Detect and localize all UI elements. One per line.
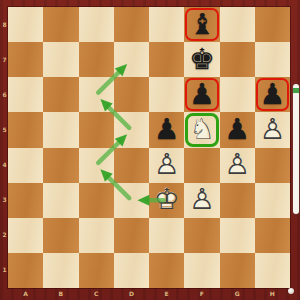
square-e8[interactable] <box>149 7 184 42</box>
black-pawn-h6[interactable]: ♟ <box>255 77 290 112</box>
square-a1[interactable] <box>8 253 43 288</box>
square-e5[interactable]: ♟ <box>149 112 184 147</box>
white-pawn-h5[interactable]: ♟♙ <box>255 112 290 147</box>
chess-board: ♝♚♟♟♟♞♘♟♟♙♟♙♟♙♚♔♟♙ <box>8 7 290 288</box>
rank-label-5: 5 <box>1 127 8 133</box>
square-f2[interactable] <box>184 218 219 253</box>
black-pawn-e5[interactable]: ♟ <box>149 112 184 147</box>
square-d5[interactable] <box>114 112 149 147</box>
black-pawn-g5[interactable]: ♟ <box>220 112 255 147</box>
file-label-f: F <box>197 291 207 297</box>
file-label-a: A <box>21 291 31 297</box>
square-a8[interactable] <box>8 7 43 42</box>
file-label-b: B <box>56 291 66 297</box>
square-c5[interactable] <box>79 112 114 147</box>
rank-label-7: 7 <box>1 57 8 63</box>
square-h8[interactable] <box>255 7 290 42</box>
rank-label-8: 8 <box>1 22 8 28</box>
square-b1[interactable] <box>43 253 78 288</box>
square-f5[interactable]: ♞♘ <box>184 112 219 147</box>
black-pawn-f6[interactable]: ♟ <box>184 77 219 112</box>
square-g6[interactable] <box>220 77 255 112</box>
square-b2[interactable] <box>43 218 78 253</box>
scrollbar-accent <box>293 88 299 93</box>
square-c7[interactable] <box>79 42 114 77</box>
file-label-h: H <box>267 291 277 297</box>
square-f3[interactable]: ♟♙ <box>184 183 219 218</box>
square-h3[interactable] <box>255 183 290 218</box>
square-f8[interactable]: ♝ <box>184 7 219 42</box>
square-d2[interactable] <box>114 218 149 253</box>
square-g7[interactable] <box>220 42 255 77</box>
square-g2[interactable] <box>220 218 255 253</box>
square-f6[interactable]: ♟ <box>184 77 219 112</box>
square-a3[interactable] <box>8 183 43 218</box>
square-e3[interactable]: ♚♔ <box>149 183 184 218</box>
square-a4[interactable] <box>8 148 43 183</box>
square-c2[interactable] <box>79 218 114 253</box>
file-label-e: E <box>162 291 172 297</box>
black-bishop-f8[interactable]: ♝ <box>184 7 219 42</box>
square-c3[interactable] <box>79 183 114 218</box>
square-b5[interactable] <box>43 112 78 147</box>
square-e6[interactable] <box>149 77 184 112</box>
square-e2[interactable] <box>149 218 184 253</box>
rank-label-1: 1 <box>1 267 8 273</box>
rank-label-6: 6 <box>1 92 8 98</box>
square-b4[interactable] <box>43 148 78 183</box>
square-g8[interactable] <box>220 7 255 42</box>
black-king-f7[interactable]: ♚ <box>184 42 219 77</box>
white-pawn-f3[interactable]: ♟♙ <box>184 183 219 218</box>
scrollbar[interactable] <box>293 84 299 214</box>
corner-screw-icon <box>288 288 294 294</box>
rank-label-2: 2 <box>1 232 8 238</box>
square-b8[interactable] <box>43 7 78 42</box>
square-b3[interactable] <box>43 183 78 218</box>
square-e4[interactable]: ♟♙ <box>149 148 184 183</box>
square-h6[interactable]: ♟ <box>255 77 290 112</box>
square-a7[interactable] <box>8 42 43 77</box>
square-a5[interactable] <box>8 112 43 147</box>
square-g1[interactable] <box>220 253 255 288</box>
chessboard-frame: ♝♚♟♟♟♞♘♟♟♙♟♙♟♙♚♔♟♙ 12345678ABCDEFGH <box>0 0 300 300</box>
square-d8[interactable] <box>114 7 149 42</box>
square-a6[interactable] <box>8 77 43 112</box>
square-c8[interactable] <box>79 7 114 42</box>
square-e7[interactable] <box>149 42 184 77</box>
white-knight-f5[interactable]: ♞♘ <box>184 112 219 147</box>
rank-label-4: 4 <box>1 162 8 168</box>
square-f4[interactable] <box>184 148 219 183</box>
square-h7[interactable] <box>255 42 290 77</box>
white-pawn-e4[interactable]: ♟♙ <box>149 148 184 183</box>
square-d6[interactable] <box>114 77 149 112</box>
square-h1[interactable] <box>255 253 290 288</box>
square-c1[interactable] <box>79 253 114 288</box>
square-a2[interactable] <box>8 218 43 253</box>
white-pawn-g4[interactable]: ♟♙ <box>220 148 255 183</box>
square-h2[interactable] <box>255 218 290 253</box>
square-f1[interactable] <box>184 253 219 288</box>
square-d1[interactable] <box>114 253 149 288</box>
square-f7[interactable]: ♚ <box>184 42 219 77</box>
square-d7[interactable] <box>114 42 149 77</box>
white-king-e3[interactable]: ♚♔ <box>149 183 184 218</box>
square-c4[interactable] <box>79 148 114 183</box>
square-e1[interactable] <box>149 253 184 288</box>
square-h4[interactable] <box>255 148 290 183</box>
file-label-d: D <box>126 291 136 297</box>
square-h5[interactable]: ♟♙ <box>255 112 290 147</box>
file-label-c: C <box>91 291 101 297</box>
rank-label-3: 3 <box>1 197 8 203</box>
square-d3[interactable] <box>114 183 149 218</box>
square-d4[interactable] <box>114 148 149 183</box>
square-c6[interactable] <box>79 77 114 112</box>
square-g4[interactable]: ♟♙ <box>220 148 255 183</box>
square-g5[interactable]: ♟ <box>220 112 255 147</box>
file-label-g: G <box>232 291 242 297</box>
square-b7[interactable] <box>43 42 78 77</box>
square-b6[interactable] <box>43 77 78 112</box>
square-g3[interactable] <box>220 183 255 218</box>
